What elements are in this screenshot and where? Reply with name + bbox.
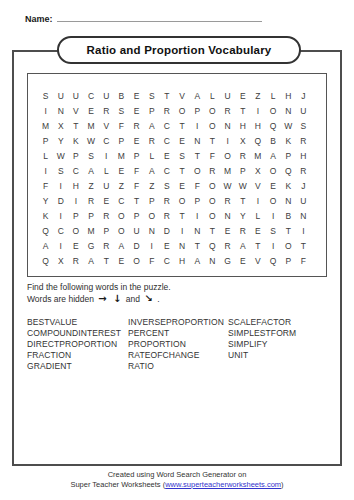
grid-cell: T [205, 224, 220, 239]
grid-cell: E [159, 149, 174, 164]
grid-cell: C [99, 134, 114, 149]
grid-cell: S [159, 179, 174, 194]
arrow-right-icon: → [96, 293, 108, 304]
grid-cell: L [144, 149, 159, 164]
grid-cell: T [235, 104, 250, 119]
grid-cell: E [114, 164, 129, 179]
grid-cell: A [38, 239, 53, 254]
grid-cell: C [159, 119, 174, 134]
grid-cell: Q [266, 119, 281, 134]
grid-cell: C [159, 254, 174, 269]
grid-cell: M [84, 224, 99, 239]
grid-cell: A [114, 239, 129, 254]
arrow-down-icon: ↓ [111, 293, 123, 304]
grid-cell: O [281, 239, 296, 254]
grid-cell: M [220, 164, 235, 179]
grid-cell: I [250, 194, 265, 209]
grid-cell: O [205, 194, 220, 209]
word-list-item: FRACTION [27, 350, 121, 361]
grid-cell: O [190, 164, 205, 179]
grid-cell: O [266, 164, 281, 179]
grid-cell: B [266, 134, 281, 149]
grid-cell: T [159, 89, 174, 104]
grid-cell: H [68, 179, 83, 194]
word-list-item: BESTVALUE [27, 317, 121, 328]
grid-cell: L [250, 209, 265, 224]
grid-cell: A [144, 119, 159, 134]
grid-cell: G [84, 239, 99, 254]
grid-cell: U [296, 104, 311, 119]
grid-cell: P [190, 194, 205, 209]
grid-cell: E [235, 89, 250, 104]
grid-cell: Q [250, 134, 265, 149]
grid-cell: A [266, 149, 281, 164]
grid-cell: I [266, 209, 281, 224]
instructions-line2: Words are hidden → ↓ and ↘ . [27, 293, 171, 305]
grid-cell: A [190, 89, 205, 104]
grid-cell: A [84, 254, 99, 269]
grid-cell: R [68, 254, 83, 269]
grid-cell: I [190, 119, 205, 134]
grid-cell: W [235, 179, 250, 194]
grid-cell: N [175, 239, 190, 254]
grid-cell: I [190, 209, 205, 224]
grid-cell: D [159, 224, 174, 239]
grid-cell: H [250, 119, 265, 134]
grid-cell: N [296, 209, 311, 224]
grid-cell: U [220, 89, 235, 104]
title-banner: Ratio and Proportion Vocabulary [57, 36, 301, 64]
grid-cell: F [144, 254, 159, 269]
grid-cell: K [281, 179, 296, 194]
grid-cell: E [84, 104, 99, 119]
grid-cell: I [38, 104, 53, 119]
grid-cell: Q [281, 164, 296, 179]
grid-cell: S [38, 89, 53, 104]
grid-cell: O [144, 209, 159, 224]
grid-cell: O [220, 149, 235, 164]
grid-cell: I [53, 239, 68, 254]
grid-cell: W [53, 149, 68, 164]
word-list-item: PERCENT [128, 328, 224, 339]
grid-cell: P [144, 194, 159, 209]
grid-cell: I [250, 104, 265, 119]
grid-cell: I [68, 194, 83, 209]
grid-cell: C [114, 194, 129, 209]
grid-cell: J [296, 89, 311, 104]
word-list-item: PROPORTION [128, 339, 224, 350]
grid-cell: O [68, 224, 83, 239]
grid-cell: Z [84, 179, 99, 194]
grid-cell: Q [38, 254, 53, 269]
grid-cell: E [68, 239, 83, 254]
grid-cell: O [175, 194, 190, 209]
grid-cell: E [266, 179, 281, 194]
grid-cell: H [281, 89, 296, 104]
word-list-item: INVERSEPROPORTION [128, 317, 224, 328]
grid-cell: R [159, 104, 174, 119]
word-list-column-2: INVERSEPROPORTIONPERCENTPROPORTIONRATEOF… [128, 317, 224, 372]
grid-cell: U [53, 89, 68, 104]
grid-cell: N [53, 104, 68, 119]
grid-cell: E [250, 224, 265, 239]
grid-cell: A [235, 239, 250, 254]
grid-cell: F [114, 119, 129, 134]
grid-cell: P [99, 224, 114, 239]
grid-cell: F [129, 164, 144, 179]
grid-cell: R [159, 194, 174, 209]
grid-cell: S [84, 149, 99, 164]
grid-cell: H [296, 149, 311, 164]
grid-cell: P [68, 209, 83, 224]
footer-line1: Created using Word Search Generator on [0, 470, 354, 480]
grid-cell: Z [114, 179, 129, 194]
grid-cell: P [190, 104, 205, 119]
grid-cell: M [38, 119, 53, 134]
grid-cell: S [53, 164, 68, 179]
grid-cell: A [190, 254, 205, 269]
grid-cell: N [144, 224, 159, 239]
grid-cell: M [84, 119, 99, 134]
grid-cell: U [296, 194, 311, 209]
grid-cell: L [266, 89, 281, 104]
grid-cell: H [235, 119, 250, 134]
grid-cell: L [99, 164, 114, 179]
instructions-line1: Find the following words in the puzzle. [27, 282, 171, 293]
grid-cell: K [281, 134, 296, 149]
grid-cell: L [205, 89, 220, 104]
grid-cell: S [175, 149, 190, 164]
grid-cell: E [235, 254, 250, 269]
grid-cell: O [129, 254, 144, 269]
grid-cell: H [175, 254, 190, 269]
grid-cell: C [84, 89, 99, 104]
grid-cell: O [205, 119, 220, 134]
grid-cell: P [235, 164, 250, 179]
grid-cell: T [68, 119, 83, 134]
grid-cell: Q [266, 254, 281, 269]
grid-cell: Q [205, 239, 220, 254]
grid-cell: T [190, 239, 205, 254]
grid-cell: S [144, 89, 159, 104]
grid-cell: T [99, 254, 114, 269]
grid-cell: O [205, 179, 220, 194]
grid-cell: R [220, 239, 235, 254]
word-list-column-1: BESTVALUECOMPOUNDINTERESTDIRECTPROPORTIO… [27, 317, 121, 372]
grid-cell: E [175, 179, 190, 194]
grid-cell: F [296, 254, 311, 269]
grid-cell: P [129, 149, 144, 164]
grid-cell: S [266, 224, 281, 239]
grid-cell: Z [144, 179, 159, 194]
grid-cell: E [114, 254, 129, 269]
grid-cell: P [84, 209, 99, 224]
grid-cell: E [175, 134, 190, 149]
grid-cell: T [175, 119, 190, 134]
grid-cell: X [53, 254, 68, 269]
name-blank-line [57, 12, 262, 22]
word-list-item: GRADIENT [27, 361, 121, 372]
grid-cell: V [68, 104, 83, 119]
grid-cell: O [114, 209, 129, 224]
grid-cell: E [129, 104, 144, 119]
grid-cell: O [266, 104, 281, 119]
grid-cell: R [205, 164, 220, 179]
grid-cell: O [205, 209, 220, 224]
grid-cell: T [281, 224, 296, 239]
grid-cell: X [235, 134, 250, 149]
word-list-item: SIMPLESTFORM [228, 328, 296, 339]
grid-cell: Y [235, 209, 250, 224]
grid-cell: Z [250, 89, 265, 104]
grid-cell: F [38, 179, 53, 194]
grid-cell: Y [38, 194, 53, 209]
grid-cell: W [220, 179, 235, 194]
grid-cell: V [250, 179, 265, 194]
worksheet-page: Name: Ratio and Proportion Vocabulary SU… [0, 0, 354, 500]
word-list-item: SIMPLIFY [228, 339, 296, 350]
grid-cell: O [205, 104, 220, 119]
grid-cell: W [281, 119, 296, 134]
grid-cell: P [38, 134, 53, 149]
footer: Created using Word Search Generator on S… [0, 470, 354, 490]
grid-cell: S [114, 104, 129, 119]
grid-cell: R [99, 209, 114, 224]
word-list-item: RATIO [128, 361, 224, 372]
grid-cell: I [296, 224, 311, 239]
grid-cell: T [296, 239, 311, 254]
footer-line2: Super Teacher Worksheets (www.superteach… [0, 480, 354, 490]
grid-cell: P [68, 149, 83, 164]
grid-cell: P [144, 104, 159, 119]
grid-cell: N [220, 119, 235, 134]
grid-cell: R [159, 209, 174, 224]
grid-cell: I [99, 149, 114, 164]
grid-cell: G [220, 254, 235, 269]
grid-cell: M [114, 149, 129, 164]
word-list-item: UNIT [228, 350, 296, 361]
grid-cell: S [296, 119, 311, 134]
grid-cell: C [53, 224, 68, 239]
grid-cell: U [68, 89, 83, 104]
word-list-column-3: SCALEFACTORSIMPLESTFORMSIMPLIFYUNIT [228, 317, 296, 361]
grid-cell: X [53, 119, 68, 134]
grid-cell: B [281, 209, 296, 224]
grid-cell: T [190, 149, 205, 164]
grid-cell: O [175, 104, 190, 119]
grid-cell: N [281, 194, 296, 209]
grid-cell: P [129, 209, 144, 224]
grid-cell: R [235, 149, 250, 164]
grid-cell: P [114, 134, 129, 149]
grid-cell: Q [38, 224, 53, 239]
grid-cell: U [99, 179, 114, 194]
grid-cell: E [129, 134, 144, 149]
grid-cell: E [220, 224, 235, 239]
grid-cell: C [159, 164, 174, 179]
grid-cell: I [266, 239, 281, 254]
grid-cell: D [129, 239, 144, 254]
arrow-down-right-icon: ↘ [142, 293, 154, 304]
name-row: Name: [25, 12, 262, 24]
superteacherworksheets-link[interactable]: www.superteacherworksheets.com [165, 480, 281, 489]
grid-cell: I [220, 134, 235, 149]
grid-cell: R [220, 194, 235, 209]
grid-cell: T [235, 194, 250, 209]
word-search-grid: SUUCUBESTVALUEZLHJINVERSEPROPORTIONUMXTM… [38, 89, 311, 269]
grid-cell: F [129, 179, 144, 194]
grid-cell: L [38, 149, 53, 164]
grid-cell: F [190, 179, 205, 194]
grid-cell: R [296, 134, 311, 149]
grid-cell: I [175, 224, 190, 239]
grid-cell: Y [53, 134, 68, 149]
grid-cell: R [220, 104, 235, 119]
grid-cell: R [99, 104, 114, 119]
grid-cell: C [68, 164, 83, 179]
grid-cell: I [53, 209, 68, 224]
word-list-item: COMPOUNDINTEREST [27, 328, 121, 339]
grid-cell: T [175, 164, 190, 179]
grid-cell: B [114, 89, 129, 104]
grid-cell: M [250, 149, 265, 164]
grid-cell: P [281, 254, 296, 269]
grid-cell: K [38, 209, 53, 224]
grid-cell: W [84, 134, 99, 149]
grid-cell: T [250, 239, 265, 254]
grid-cell: R [235, 224, 250, 239]
grid-cell: X [250, 164, 265, 179]
grid-cell: N [190, 134, 205, 149]
grid-cell: O [266, 194, 281, 209]
grid-cell: U [99, 89, 114, 104]
grid-cell: N [205, 254, 220, 269]
grid-cell: K [68, 134, 83, 149]
grid-cell: I [38, 164, 53, 179]
grid-cell: E [129, 89, 144, 104]
grid-cell: O [114, 224, 129, 239]
grid-cell: U [129, 224, 144, 239]
instructions: Find the following words in the puzzle. … [27, 282, 171, 305]
grid-cell: R [144, 134, 159, 149]
grid-cell: A [84, 164, 99, 179]
grid-cell: V [99, 119, 114, 134]
grid-cell: F [205, 149, 220, 164]
grid-cell: R [296, 164, 311, 179]
grid-cell: D [53, 194, 68, 209]
name-label: Name: [25, 14, 53, 24]
grid-cell: R [129, 119, 144, 134]
grid-cell: I [53, 179, 68, 194]
grid-cell: R [84, 194, 99, 209]
grid-cell: N [220, 209, 235, 224]
word-list-item: DIRECTPROPORTION [27, 339, 121, 350]
grid-cell: E [99, 194, 114, 209]
grid-cell: N [190, 224, 205, 239]
grid-cell: T [205, 134, 220, 149]
grid-cell: C [159, 134, 174, 149]
grid-cell: V [175, 89, 190, 104]
grid-cell: E [159, 239, 174, 254]
grid-cell: N [281, 104, 296, 119]
grid-cell: I [144, 239, 159, 254]
grid-cell: P [281, 149, 296, 164]
grid-cell: V [250, 254, 265, 269]
word-list-item: SCALEFACTOR [228, 317, 296, 328]
word-list-item: RATEOFCHANGE [128, 350, 224, 361]
grid-cell: R [99, 239, 114, 254]
page-title: Ratio and Proportion Vocabulary [87, 44, 272, 56]
grid-cell: A [144, 164, 159, 179]
grid-cell: T [175, 209, 190, 224]
grid-cell: T [129, 194, 144, 209]
grid-cell: J [296, 179, 311, 194]
